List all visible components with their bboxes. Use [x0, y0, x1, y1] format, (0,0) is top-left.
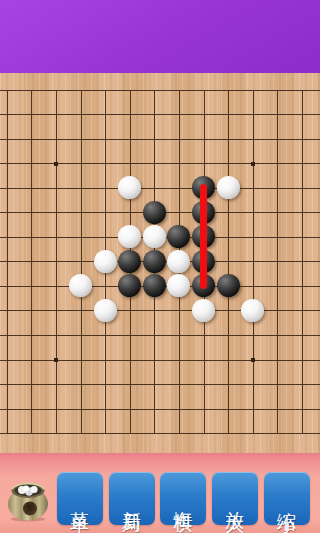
go-board[interactable] [0, 73, 320, 453]
grid-line-horizontal [0, 188, 320, 189]
white-stone [118, 225, 141, 248]
top-banner [0, 0, 320, 73]
white-stone [241, 299, 264, 322]
black-stone [217, 274, 240, 297]
black-stone [143, 274, 166, 297]
zoom-in-button-label: 放大 [226, 496, 245, 502]
star-point [251, 358, 255, 362]
grid-line-horizontal [0, 409, 320, 410]
phone-screen: 菜单 新局 悔棋 放大 缩小 [0, 0, 320, 533]
winning-line [200, 184, 207, 289]
black-stone [167, 225, 190, 248]
white-stone [192, 299, 215, 322]
black-stone [118, 250, 141, 273]
grid-line-horizontal [0, 114, 320, 115]
grid-line-horizontal [0, 90, 320, 91]
grid-line-horizontal [0, 139, 320, 140]
zoom-out-button[interactable]: 缩小 [264, 472, 310, 525]
grid-line-horizontal [0, 433, 320, 434]
white-stone [167, 250, 190, 273]
grid-line-horizontal [0, 310, 320, 311]
button-row: 菜单 新局 悔棋 放大 缩小 [57, 472, 310, 525]
undo-button-label: 悔棋 [174, 496, 193, 502]
grid-line-horizontal [0, 335, 320, 336]
black-stone [143, 201, 166, 224]
white-stone [143, 225, 166, 248]
grid-line-horizontal [0, 360, 320, 361]
stone-bowl-icon [7, 478, 49, 522]
star-point [251, 162, 255, 166]
white-stone [167, 274, 190, 297]
toolbar: 菜单 新局 悔棋 放大 缩小 [0, 453, 320, 533]
white-stone [94, 250, 117, 273]
menu-button[interactable]: 菜单 [57, 472, 103, 525]
zoom-out-button-label: 缩小 [277, 496, 296, 502]
grid-line-horizontal [0, 384, 320, 385]
grid-line-horizontal [0, 163, 320, 164]
white-stone [94, 299, 117, 322]
white-stone [118, 176, 141, 199]
new-game-button[interactable]: 新局 [109, 472, 155, 525]
new-game-button-label: 新局 [122, 496, 141, 502]
white-stone [69, 274, 92, 297]
zoom-in-button[interactable]: 放大 [212, 472, 258, 525]
undo-button[interactable]: 悔棋 [160, 472, 206, 525]
white-stone [217, 176, 240, 199]
black-stone [118, 274, 141, 297]
star-point [54, 358, 58, 362]
black-stone [143, 250, 166, 273]
menu-button-label: 菜单 [71, 496, 90, 502]
star-point [54, 162, 58, 166]
